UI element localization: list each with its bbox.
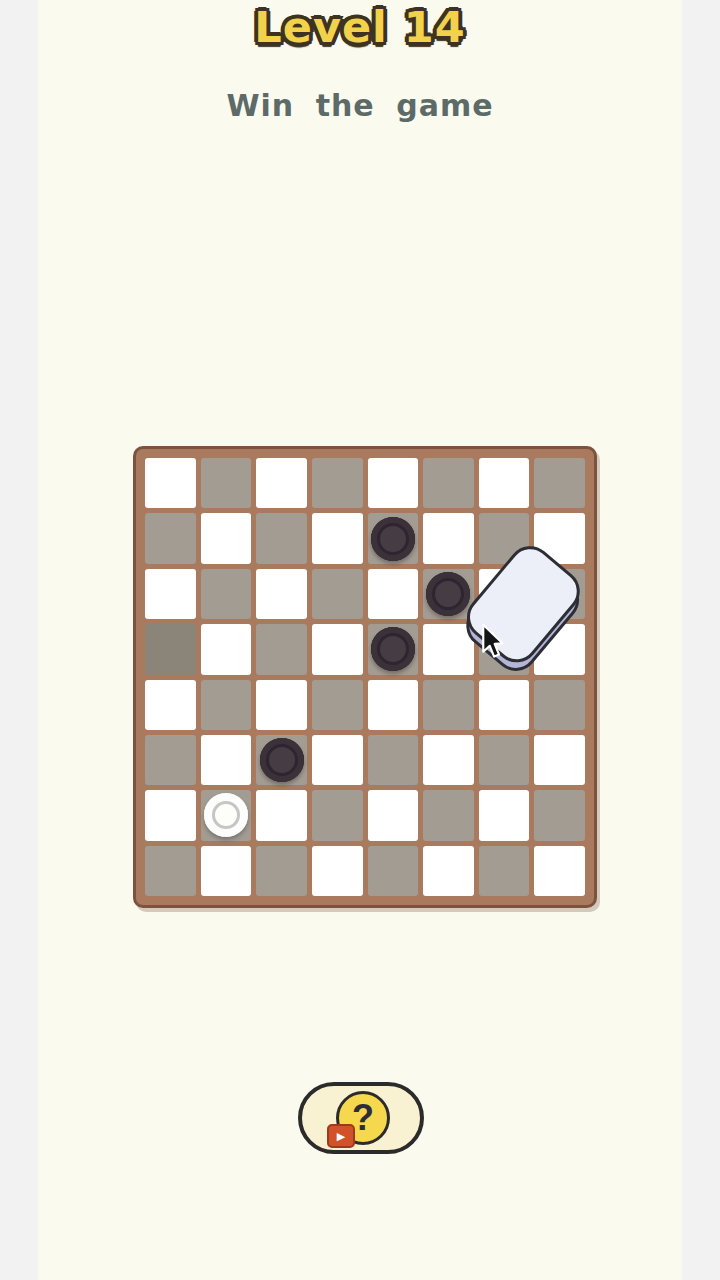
eraser-face [458, 537, 589, 671]
board-cell [479, 846, 530, 896]
board-cell [368, 680, 419, 730]
board-cell [368, 846, 419, 896]
board-cell [312, 846, 363, 896]
board-cell [145, 735, 196, 785]
board-cell [534, 846, 585, 896]
checker-piece-black[interactable] [260, 738, 304, 782]
board-cell [201, 846, 252, 896]
board-cell [145, 624, 196, 674]
board-cell [145, 458, 196, 508]
board-cell [312, 790, 363, 840]
level-title: Level 14 [38, 2, 682, 52]
video-ad-play-icon: ▶ [327, 1124, 355, 1148]
board-cell [201, 790, 252, 840]
board [133, 446, 597, 908]
board-cell [256, 790, 307, 840]
board-cell [312, 680, 363, 730]
cursor-arrow-icon [480, 622, 506, 662]
board-cell [256, 680, 307, 730]
board-cell [256, 513, 307, 563]
board-cell [201, 458, 252, 508]
checker-piece-black[interactable] [371, 627, 415, 671]
board-cell [479, 458, 530, 508]
board-cell [534, 790, 585, 840]
board-cell [145, 790, 196, 840]
right-letterbox-bar [682, 0, 720, 1280]
board-cell [145, 680, 196, 730]
checker-piece-black[interactable] [371, 517, 415, 561]
board-cell [534, 458, 585, 508]
board-cell [312, 624, 363, 674]
board-cell [534, 680, 585, 730]
board-cell [201, 735, 252, 785]
board-cell [368, 458, 419, 508]
board-cell [534, 735, 585, 785]
board-cell [368, 624, 419, 674]
board-cell [423, 458, 474, 508]
board-cell [479, 790, 530, 840]
board-cell [256, 735, 307, 785]
hint-button[interactable]: ▶ ? [298, 1082, 424, 1154]
board-cell [256, 846, 307, 896]
screen: Level 14 Win the game ▶ ? [0, 0, 720, 1280]
board-cell [368, 735, 419, 785]
board-cell [312, 735, 363, 785]
board-cell [312, 513, 363, 563]
board-cell [479, 680, 530, 730]
board-cell [312, 569, 363, 619]
board-cell [423, 735, 474, 785]
board-cell [479, 735, 530, 785]
board-cell [145, 513, 196, 563]
board-cell [256, 458, 307, 508]
board-cell [423, 790, 474, 840]
board-cell [368, 790, 419, 840]
board-cell [201, 624, 252, 674]
board-cell [201, 680, 252, 730]
board-cell [312, 458, 363, 508]
board-cell [423, 680, 474, 730]
board-cell [201, 569, 252, 619]
level-instruction: Win the game [38, 88, 682, 123]
game-content: Level 14 Win the game ▶ ? [38, 0, 682, 1280]
board-cell [201, 513, 252, 563]
left-letterbox-bar [0, 0, 38, 1280]
board-cell [256, 624, 307, 674]
board-cell [368, 513, 419, 563]
board-cell [145, 846, 196, 896]
board-cell [368, 569, 419, 619]
board-cell [256, 569, 307, 619]
board-cell [145, 569, 196, 619]
checker-piece-white[interactable] [204, 793, 248, 837]
board-cell [423, 846, 474, 896]
